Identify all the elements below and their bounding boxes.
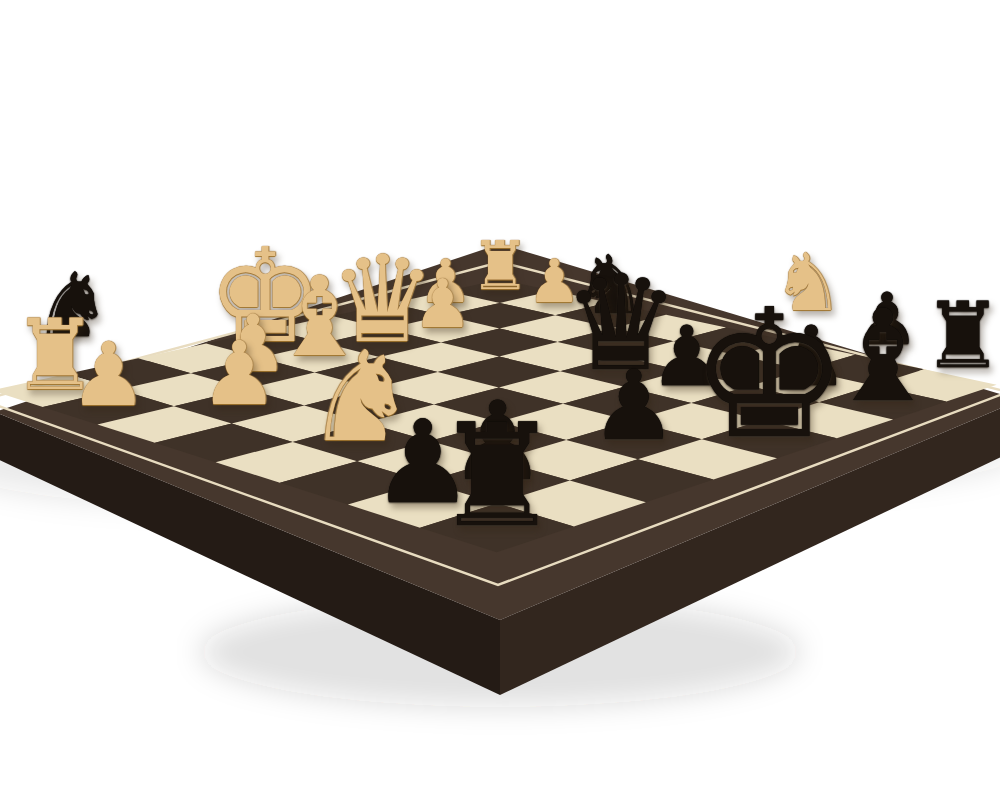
piece-black-king-d8[interactable]: ♚ (690, 286, 850, 464)
black-pawn-icon: ♟ (591, 348, 678, 461)
white-rook-icon: ♜ (470, 227, 530, 305)
black-rook-icon: ♜ (433, 393, 560, 558)
white-pawn-icon: ♟ (200, 322, 279, 425)
white-pawn-icon: ♟ (69, 323, 148, 426)
piece-white-pawn-g3[interactable]: ♟ (200, 330, 279, 418)
black-king-icon: ♚ (690, 271, 850, 478)
piece-white-rook-a1[interactable]: ♜ (470, 233, 530, 300)
piece-black-pawn-e7[interactable]: ♟ (591, 356, 678, 453)
piece-black-rook-h8[interactable]: ♜ (433, 405, 560, 547)
chess-set-photo: ♜♟♟♞♞♟♞♛♚♟♝♜♛♟♟♟♜♝♟♟♚♟♞♟♟♜ (0, 0, 1000, 800)
piece-white-pawn-h2[interactable]: ♟ (69, 331, 148, 419)
